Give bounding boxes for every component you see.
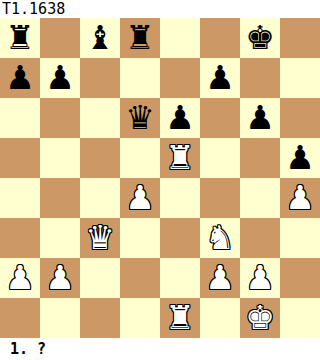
white-pawn-b2[interactable]: ♟	[45, 258, 75, 298]
square-f7[interactable]: ♟	[200, 58, 240, 98]
black-pawn-h5[interactable]: ♟	[285, 138, 315, 178]
chess-board: ♜♝♜♚♟♟♟♛♟♟♜♟♟♟♛♞♟♟♟♟♜♚	[0, 18, 320, 338]
square-e4[interactable]	[160, 178, 200, 218]
square-b3[interactable]	[40, 218, 80, 258]
square-c8[interactable]: ♝	[80, 18, 120, 58]
black-rook-a8[interactable]: ♜	[5, 18, 35, 58]
square-c6[interactable]	[80, 98, 120, 138]
black-pawn-f7[interactable]: ♟	[205, 58, 235, 98]
square-a5[interactable]	[0, 138, 40, 178]
white-pawn-d4[interactable]: ♟	[125, 178, 155, 218]
white-knight-f3[interactable]: ♞	[205, 218, 235, 258]
square-b6[interactable]	[40, 98, 80, 138]
white-pawn-f2[interactable]: ♟	[205, 258, 235, 298]
square-c3[interactable]: ♛	[80, 218, 120, 258]
puzzle-title: T1.1638	[0, 0, 320, 18]
white-pawn-a2[interactable]: ♟	[5, 258, 35, 298]
square-e7[interactable]	[160, 58, 200, 98]
square-b8[interactable]	[40, 18, 80, 58]
square-h6[interactable]	[280, 98, 320, 138]
square-e8[interactable]	[160, 18, 200, 58]
square-f5[interactable]	[200, 138, 240, 178]
square-b2[interactable]: ♟	[40, 258, 80, 298]
square-h3[interactable]	[280, 218, 320, 258]
square-b1[interactable]	[40, 298, 80, 338]
square-e6[interactable]: ♟	[160, 98, 200, 138]
square-f2[interactable]: ♟	[200, 258, 240, 298]
black-queen-d6[interactable]: ♛	[125, 98, 155, 138]
square-d2[interactable]	[120, 258, 160, 298]
square-h2[interactable]	[280, 258, 320, 298]
square-f4[interactable]	[200, 178, 240, 218]
square-a6[interactable]	[0, 98, 40, 138]
square-e5[interactable]: ♜	[160, 138, 200, 178]
square-e1[interactable]: ♜	[160, 298, 200, 338]
square-d7[interactable]	[120, 58, 160, 98]
square-b7[interactable]: ♟	[40, 58, 80, 98]
square-h1[interactable]	[280, 298, 320, 338]
black-pawn-e6[interactable]: ♟	[165, 98, 195, 138]
square-g1[interactable]: ♚	[240, 298, 280, 338]
square-c4[interactable]	[80, 178, 120, 218]
black-king-g8[interactable]: ♚	[245, 18, 275, 58]
black-pawn-g6[interactable]: ♟	[245, 98, 275, 138]
square-c2[interactable]	[80, 258, 120, 298]
black-pawn-a7[interactable]: ♟	[5, 58, 35, 98]
square-a4[interactable]	[0, 178, 40, 218]
square-f3[interactable]: ♞	[200, 218, 240, 258]
square-a1[interactable]	[0, 298, 40, 338]
square-g4[interactable]	[240, 178, 280, 218]
square-e2[interactable]	[160, 258, 200, 298]
square-f8[interactable]	[200, 18, 240, 58]
square-d1[interactable]	[120, 298, 160, 338]
square-g3[interactable]	[240, 218, 280, 258]
square-c5[interactable]	[80, 138, 120, 178]
square-d8[interactable]: ♜	[120, 18, 160, 58]
square-e3[interactable]	[160, 218, 200, 258]
black-bishop-c8[interactable]: ♝	[85, 18, 115, 58]
white-rook-e1[interactable]: ♜	[165, 298, 195, 338]
square-d3[interactable]	[120, 218, 160, 258]
white-rook-e5[interactable]: ♜	[165, 138, 195, 178]
square-d6[interactable]: ♛	[120, 98, 160, 138]
square-c7[interactable]	[80, 58, 120, 98]
square-g8[interactable]: ♚	[240, 18, 280, 58]
square-a3[interactable]	[0, 218, 40, 258]
square-g6[interactable]: ♟	[240, 98, 280, 138]
square-a2[interactable]: ♟	[0, 258, 40, 298]
square-b4[interactable]	[40, 178, 80, 218]
white-pawn-g2[interactable]: ♟	[245, 258, 275, 298]
square-h4[interactable]: ♟	[280, 178, 320, 218]
black-rook-d8[interactable]: ♜	[125, 18, 155, 58]
square-h5[interactable]: ♟	[280, 138, 320, 178]
square-a7[interactable]: ♟	[0, 58, 40, 98]
white-queen-c3[interactable]: ♛	[85, 218, 115, 258]
square-c1[interactable]	[80, 298, 120, 338]
square-h8[interactable]	[280, 18, 320, 58]
square-f1[interactable]	[200, 298, 240, 338]
square-g5[interactable]	[240, 138, 280, 178]
square-f6[interactable]	[200, 98, 240, 138]
square-a8[interactable]: ♜	[0, 18, 40, 58]
square-h7[interactable]	[280, 58, 320, 98]
white-pawn-h4[interactable]: ♟	[285, 178, 315, 218]
square-g7[interactable]	[240, 58, 280, 98]
black-pawn-b7[interactable]: ♟	[45, 58, 75, 98]
square-b5[interactable]	[40, 138, 80, 178]
move-prompt: 1. ?	[0, 338, 320, 360]
square-d5[interactable]	[120, 138, 160, 178]
square-d4[interactable]: ♟	[120, 178, 160, 218]
chess-puzzle-app: T1.1638 ♜♝♜♚♟♟♟♛♟♟♜♟♟♟♛♞♟♟♟♟♜♚ 1. ?	[0, 0, 320, 360]
square-g2[interactable]: ♟	[240, 258, 280, 298]
white-king-g1[interactable]: ♚	[245, 298, 275, 338]
